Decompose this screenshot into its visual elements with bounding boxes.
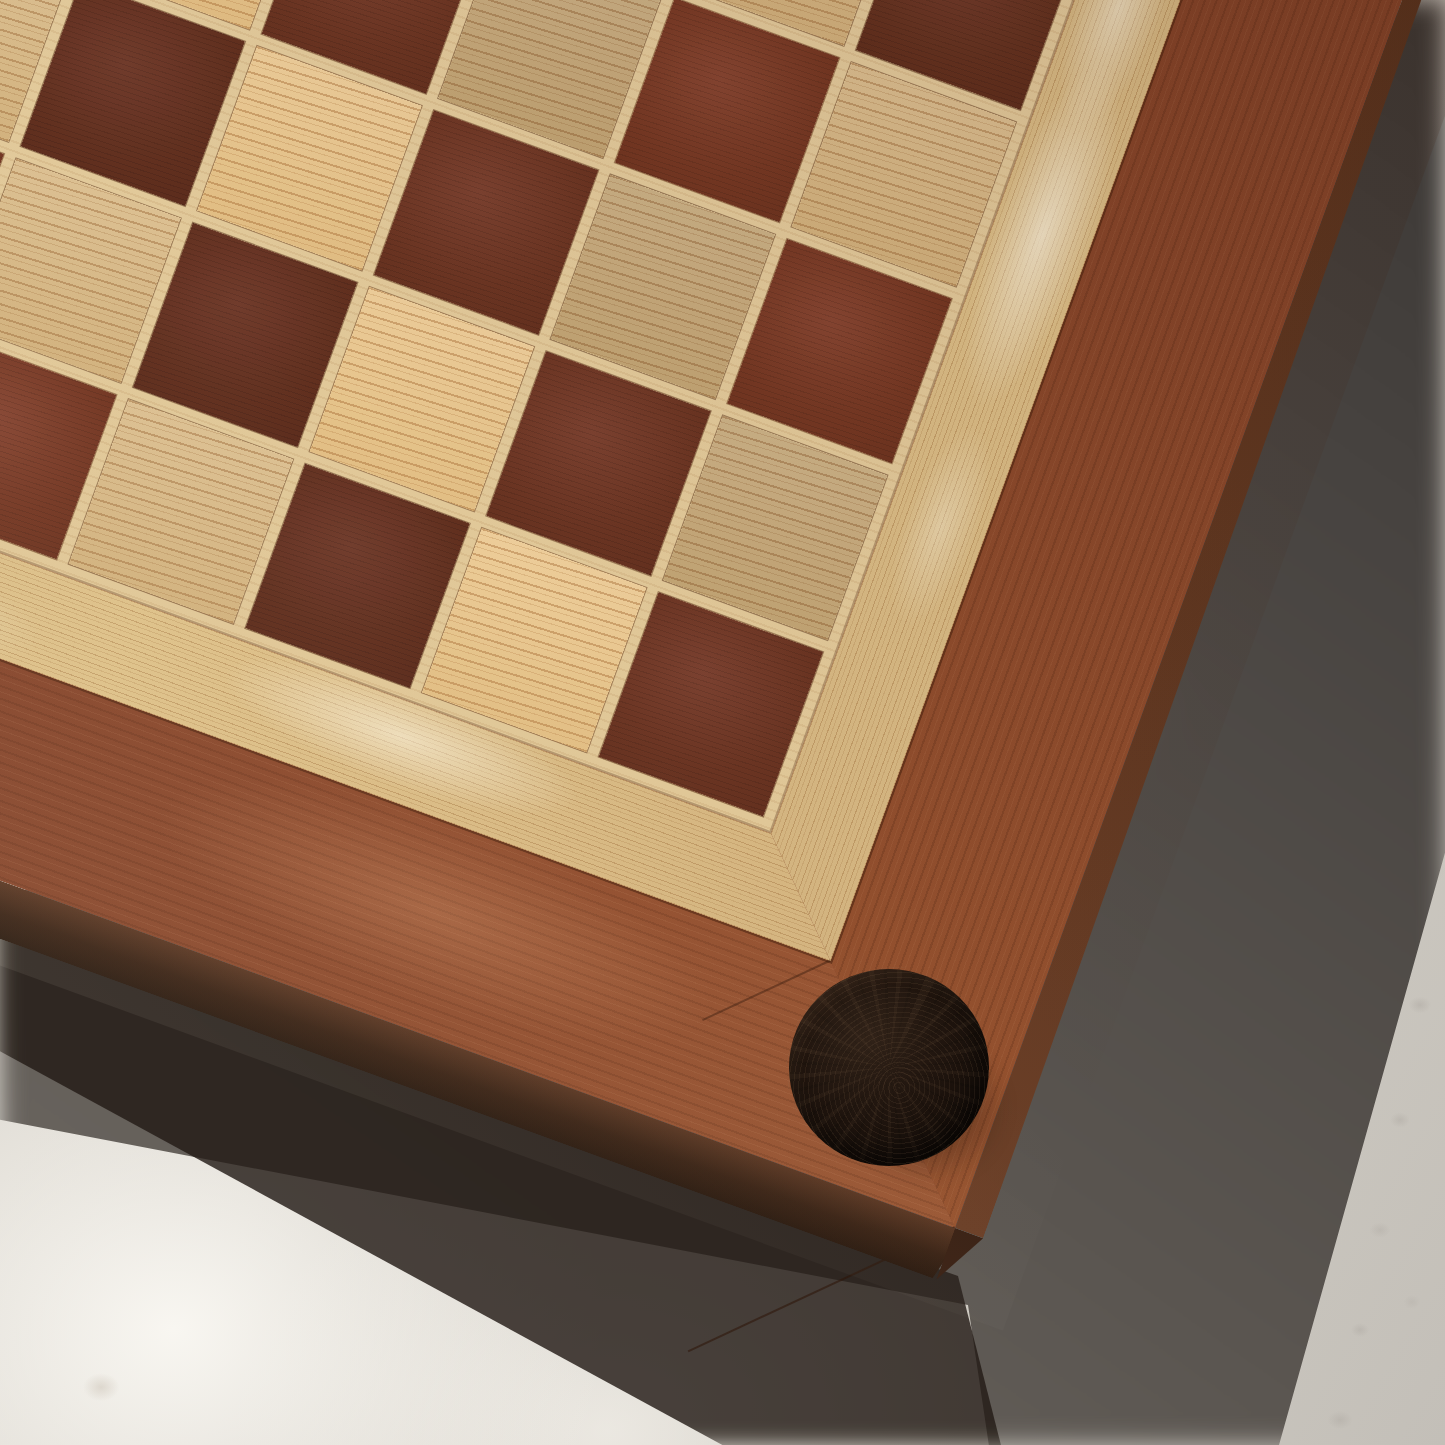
scene xyxy=(0,0,1445,1445)
felt-pad xyxy=(789,969,989,1166)
